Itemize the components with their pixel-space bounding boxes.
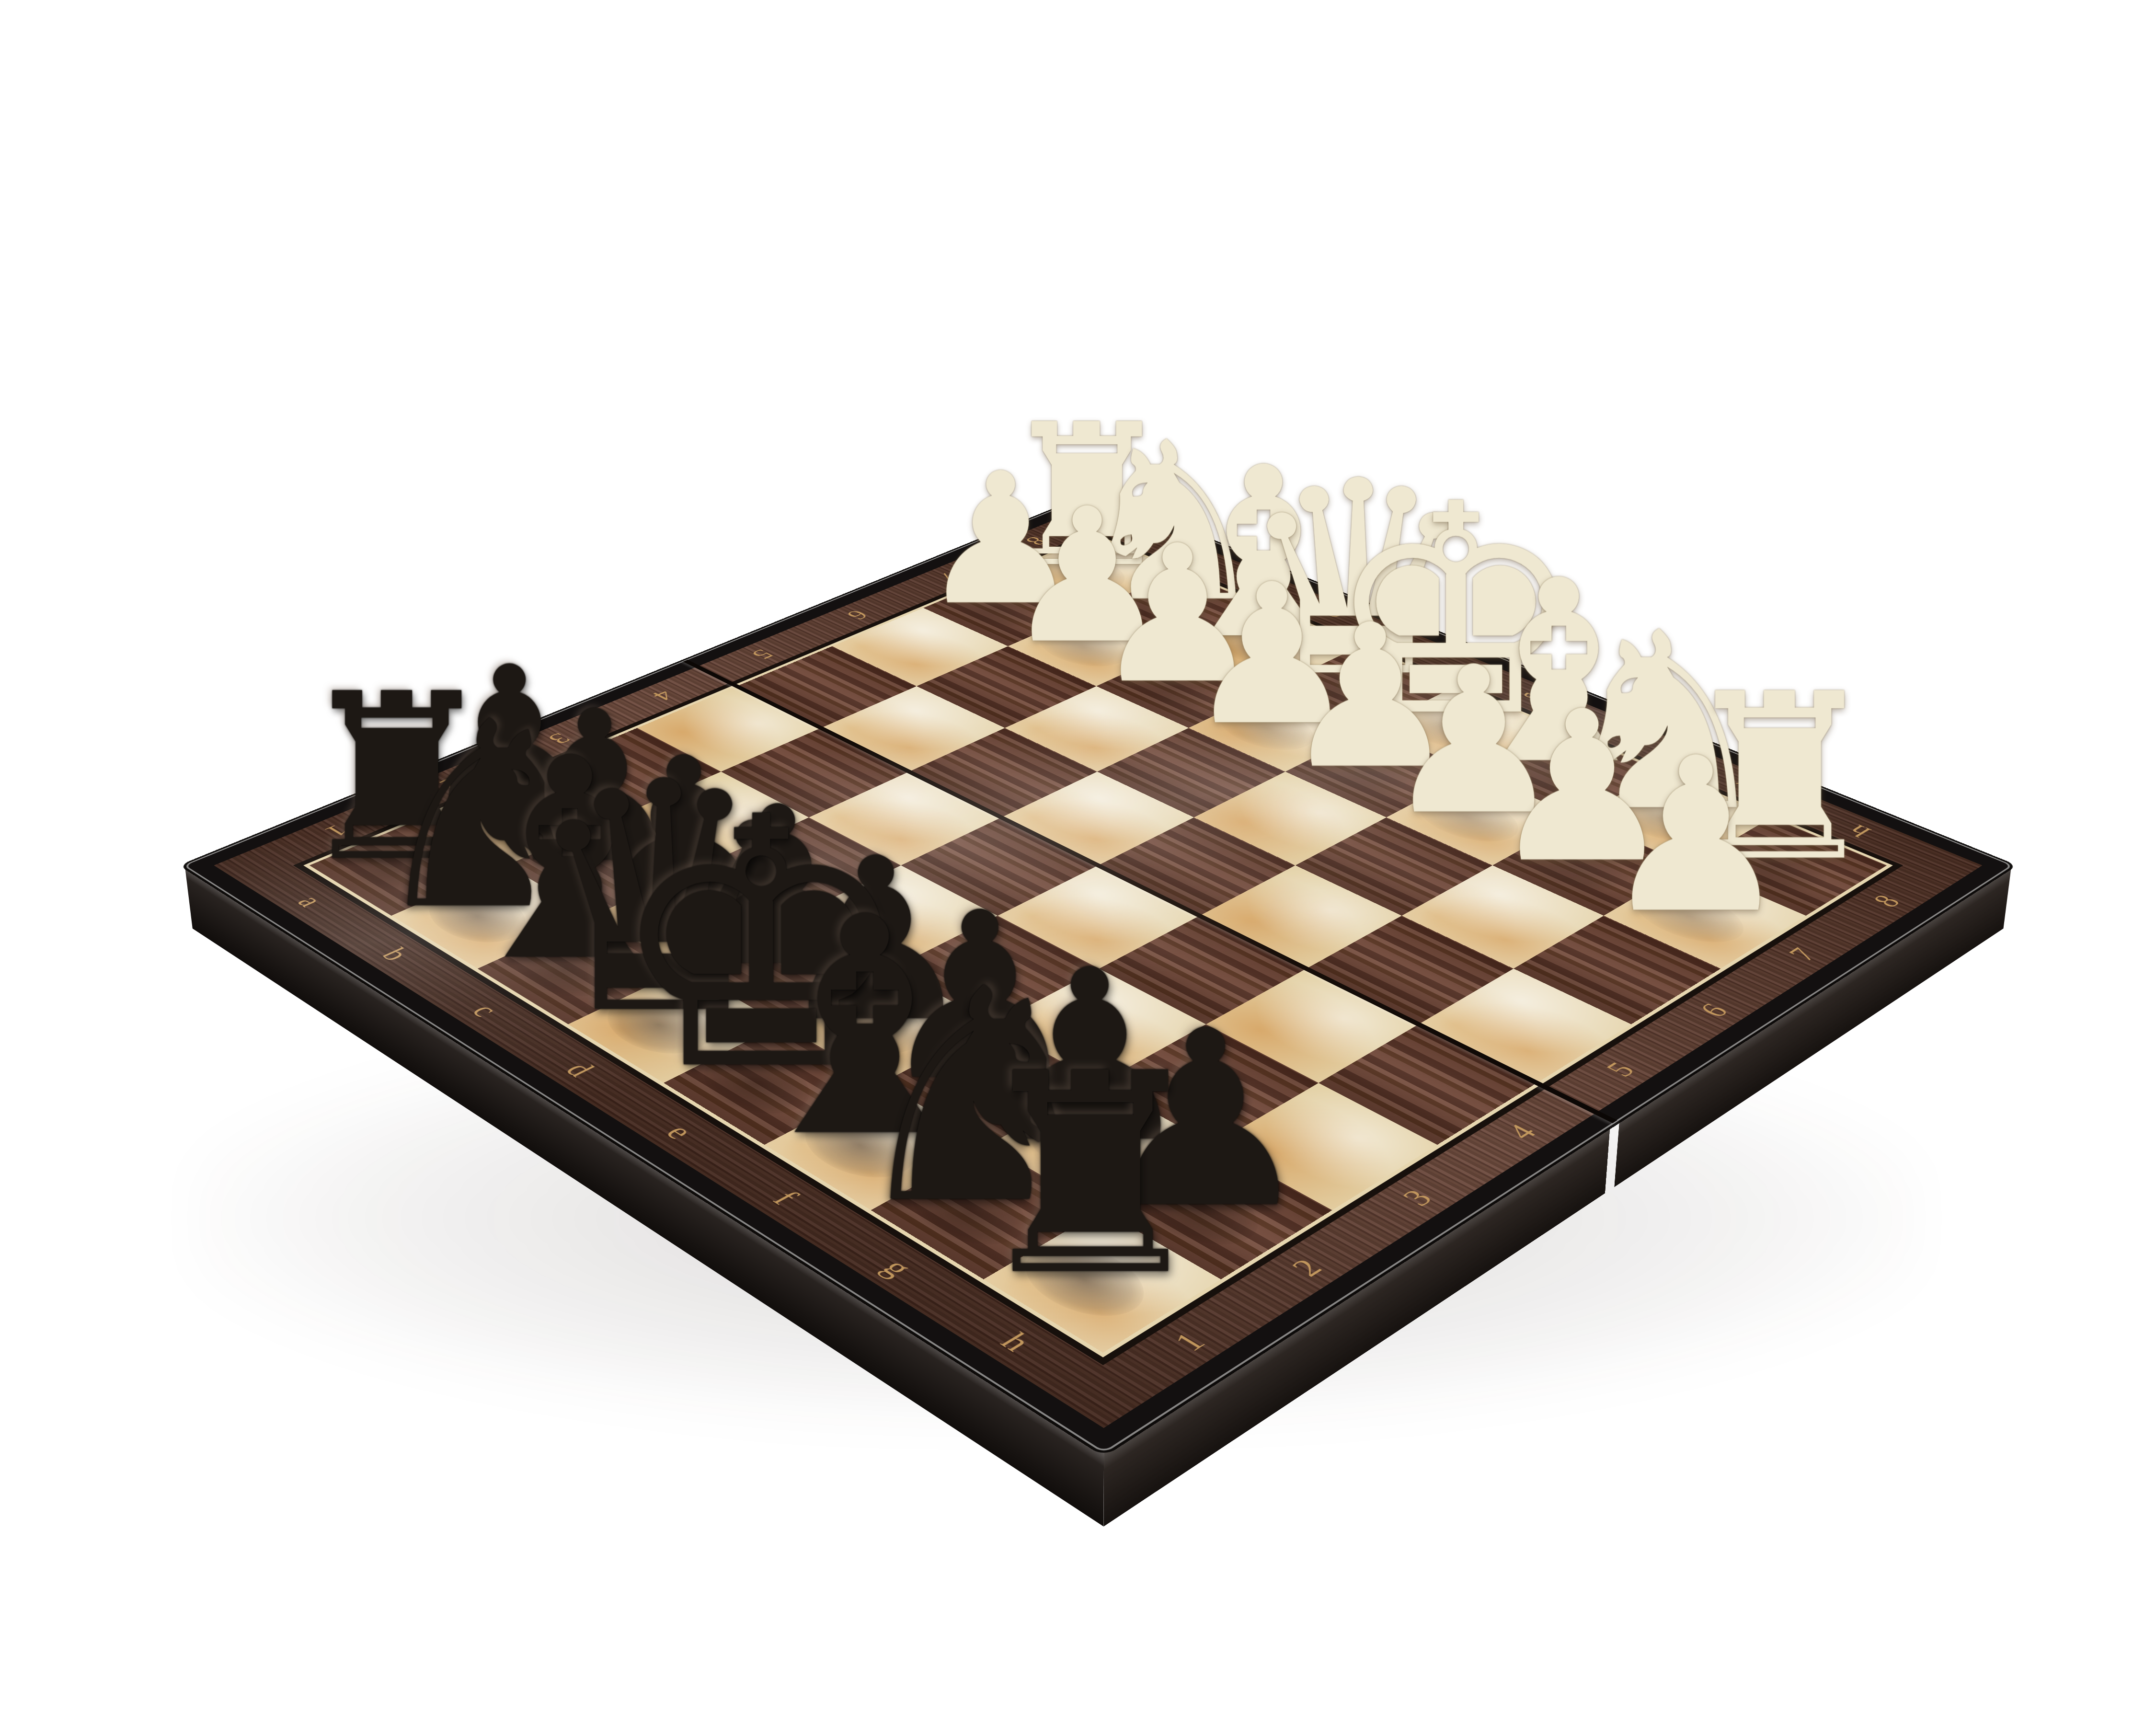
- chess-piece-glyph: ♟: [1601, 741, 1791, 932]
- board-grid: ♜♞♝♛♚♝♞♜♟♟♟♟♟♟♟♟♟♟♟♟♟♟♟♟♜♞♝♛♚♝♞♜: [310, 536, 1886, 1353]
- field-frame-black: ♜♞♝♛♚♝♞♜♟♟♟♟♟♟♟♟♟♟♟♟♟♟♟♟♜♞♝♛♚♝♞♜: [293, 530, 1903, 1365]
- chess-piece-glyph: ♜: [967, 1051, 1214, 1299]
- field-frame-cream: ♜♞♝♛♚♝♞♜♟♟♟♟♟♟♟♟♟♟♟♟♟♟♟♟♜♞♝♛♚♝♞♜: [304, 534, 1893, 1357]
- scene-3d: abcdefgh abcdefgh 12345678 12345678 ♜♞♝♛…: [0, 0, 2156, 1725]
- product-photo-stage: abcdefgh abcdefgh 12345678 12345678 ♜♞♝♛…: [0, 0, 2156, 1725]
- chess-board: abcdefgh abcdefgh 12345678 12345678 ♜♞♝♛…: [185, 494, 2011, 1451]
